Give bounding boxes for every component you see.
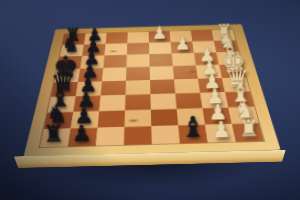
square-f4 [149,54,173,67]
square-b2: ♟ [203,107,232,124]
square-b8: ♞ [44,112,74,129]
square-b7: ♟ [71,111,99,128]
square-e4 [150,66,174,80]
square-h8: ♜ [62,34,85,46]
square-d1: ♛ [222,77,250,92]
square-a3: ♝ [178,125,208,144]
square-g1: ♞ [214,40,239,52]
square-d8: ♛ [51,82,78,97]
square-c2: ♟ [200,92,228,108]
square-a4 [151,125,179,144]
square-c7: ♟ [73,96,100,112]
square-e3 [173,65,198,79]
square-g6 [105,43,128,55]
square-c3 [175,93,202,109]
square-h5 [127,32,149,43]
square-g3: ♟ [171,42,194,54]
square-e8: ♚ [54,69,80,83]
square-e7: ♟ [78,68,103,82]
square-d4 [150,79,175,94]
square-f5 [126,54,149,67]
square-h3 [170,31,193,42]
square-c1: ♝ [225,91,254,107]
square-h2 [191,30,214,41]
square-d6 [101,81,126,96]
square-b3 [177,108,205,125]
square-f2: ♟ [194,52,219,65]
square-h1: ♜ [212,29,236,40]
board-grid: ♜♟♟♜♞♟♟♞♟♟♝♚♟♟♚♛♟♟♛♝♟♟♝♞♟♟♞♜♟♝♟♜ [40,29,264,147]
square-d7: ♟ [76,81,102,96]
square-a2: ♟ [205,124,236,143]
square-b4 [151,109,178,126]
square-g8: ♞ [60,45,84,57]
square-g4 [149,42,172,54]
square-a8: ♜ [40,128,71,147]
square-d2: ♟ [198,78,225,93]
square-h6 [106,32,128,43]
square-g5 [127,43,149,55]
square-h7: ♟ [84,33,107,45]
square-e5 [126,67,150,81]
square-g7: ♟ [82,44,106,56]
square-f8 [57,56,82,69]
square-d3 [174,79,200,94]
square-c8: ♝ [47,96,75,112]
square-c4 [150,94,176,110]
square-a5 [124,126,152,145]
chess-board: ♜♟♟♜♞♟♟♞♟♟♝♚♟♟♚♛♟♟♛♝♟♟♝♞♟♟♞♜♟♝♟♜ [23,24,280,157]
chess-photo: ♜♟♟♜♞♟♟♞♟♟♝♚♟♟♚♛♟♟♛♝♟♟♝♞♟♟♞♜♟♝♟♜ [0,0,300,200]
square-f1: ♝ [216,52,242,65]
square-a7: ♟ [68,128,98,147]
square-a6 [96,127,125,146]
square-h4: ♟ [149,31,171,42]
square-b5 [124,110,151,127]
square-f3 [172,53,196,66]
square-f7: ♟ [80,56,104,69]
square-c5 [125,94,151,110]
square-d5 [126,80,151,95]
square-e1: ♚ [219,64,246,78]
square-b1: ♞ [228,107,258,124]
square-a1: ♜ [232,123,264,142]
square-b6 [98,110,125,127]
square-e6 [102,67,126,81]
square-f6 [103,55,127,68]
square-c6 [99,95,125,111]
square-e2: ♟ [196,65,222,79]
square-g2 [192,41,216,53]
